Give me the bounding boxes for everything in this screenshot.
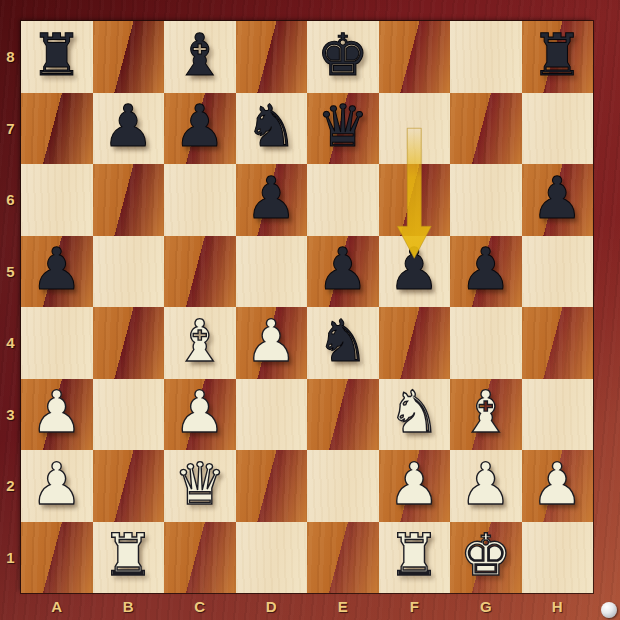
- square-e4[interactable]: ♞: [307, 307, 379, 379]
- black-queen[interactable]: ♛: [317, 97, 369, 155]
- white-rook[interactable]: ♜: [102, 526, 154, 584]
- white-pawn[interactable]: ♟: [31, 455, 83, 513]
- square-g2[interactable]: ♟: [450, 450, 522, 522]
- square-e6[interactable]: [307, 164, 379, 236]
- black-pawn[interactable]: ♟: [174, 97, 226, 155]
- black-rook[interactable]: ♜: [31, 26, 83, 84]
- square-f2[interactable]: ♟: [379, 450, 451, 522]
- black-rook[interactable]: ♜: [531, 26, 583, 84]
- square-h5[interactable]: [522, 236, 594, 308]
- square-e8[interactable]: ♚: [307, 21, 379, 93]
- file-label-C: C: [164, 593, 236, 620]
- square-h6[interactable]: ♟: [522, 164, 594, 236]
- file-label-B: B: [93, 593, 165, 620]
- square-d3[interactable]: [236, 379, 308, 451]
- black-pawn[interactable]: ♟: [317, 240, 369, 298]
- black-pawn[interactable]: ♟: [245, 169, 297, 227]
- square-c7[interactable]: ♟: [164, 93, 236, 165]
- file-label-E: E: [307, 593, 379, 620]
- square-h4[interactable]: [522, 307, 594, 379]
- square-b6[interactable]: [93, 164, 165, 236]
- square-c4[interactable]: ♝: [164, 307, 236, 379]
- rank-label-3: 3: [0, 379, 21, 451]
- square-a8[interactable]: ♜: [21, 21, 93, 93]
- black-bishop[interactable]: ♝: [174, 26, 226, 84]
- black-pawn[interactable]: ♟: [102, 97, 154, 155]
- square-g5[interactable]: ♟: [450, 236, 522, 308]
- square-h7[interactable]: [522, 93, 594, 165]
- black-pawn[interactable]: ♟: [31, 240, 83, 298]
- square-a4[interactable]: [21, 307, 93, 379]
- square-h2[interactable]: ♟: [522, 450, 594, 522]
- square-e3[interactable]: [307, 379, 379, 451]
- white-bishop[interactable]: ♝: [460, 383, 512, 441]
- square-f4[interactable]: [379, 307, 451, 379]
- chess-board: ♜♝♚♜♟♟♞♛♟♟♟♟♟♟♝♟♞♟♟♞♝♟♛♟♟♟♜♜♚: [21, 21, 593, 593]
- square-g3[interactable]: ♝: [450, 379, 522, 451]
- square-c1[interactable]: [164, 522, 236, 594]
- square-c2[interactable]: ♛: [164, 450, 236, 522]
- square-d7[interactable]: ♞: [236, 93, 308, 165]
- square-e5[interactable]: ♟: [307, 236, 379, 308]
- square-a3[interactable]: ♟: [21, 379, 93, 451]
- square-a5[interactable]: ♟: [21, 236, 93, 308]
- file-label-G: G: [450, 593, 522, 620]
- square-b7[interactable]: ♟: [93, 93, 165, 165]
- square-d4[interactable]: ♟: [236, 307, 308, 379]
- white-king[interactable]: ♚: [460, 526, 512, 584]
- file-label-A: A: [21, 593, 93, 620]
- file-label-D: D: [236, 593, 308, 620]
- black-king[interactable]: ♚: [317, 26, 369, 84]
- square-b5[interactable]: [93, 236, 165, 308]
- square-f6[interactable]: [379, 164, 451, 236]
- square-g7[interactable]: [450, 93, 522, 165]
- square-f7[interactable]: [379, 93, 451, 165]
- white-bishop[interactable]: ♝: [174, 312, 226, 370]
- square-e1[interactable]: [307, 522, 379, 594]
- white-knight[interactable]: ♞: [388, 383, 440, 441]
- white-rook[interactable]: ♜: [388, 526, 440, 584]
- white-pawn[interactable]: ♟: [31, 383, 83, 441]
- square-b1[interactable]: ♜: [93, 522, 165, 594]
- square-g1[interactable]: ♚: [450, 522, 522, 594]
- square-g8[interactable]: [450, 21, 522, 93]
- white-pawn[interactable]: ♟: [388, 455, 440, 513]
- square-e7[interactable]: ♛: [307, 93, 379, 165]
- rank-label-4: 4: [0, 307, 21, 379]
- square-g4[interactable]: [450, 307, 522, 379]
- square-g6[interactable]: [450, 164, 522, 236]
- white-pawn[interactable]: ♟: [531, 455, 583, 513]
- rank-label-7: 7: [0, 93, 21, 165]
- white-queen[interactable]: ♛: [174, 455, 226, 513]
- white-pawn[interactable]: ♟: [174, 383, 226, 441]
- square-f8[interactable]: [379, 21, 451, 93]
- square-a7[interactable]: [21, 93, 93, 165]
- black-knight[interactable]: ♞: [317, 312, 369, 370]
- rank-label-1: 1: [0, 522, 21, 594]
- square-e2[interactable]: [307, 450, 379, 522]
- square-c6[interactable]: [164, 164, 236, 236]
- square-f1[interactable]: ♜: [379, 522, 451, 594]
- rank-label-5: 5: [0, 236, 21, 308]
- file-label-H: H: [522, 593, 594, 620]
- black-pawn[interactable]: ♟: [531, 169, 583, 227]
- square-b4[interactable]: [93, 307, 165, 379]
- white-to-move-indicator: [601, 602, 617, 618]
- square-d1[interactable]: [236, 522, 308, 594]
- square-b2[interactable]: [93, 450, 165, 522]
- chess-board-frame: ♜♝♚♜♟♟♞♛♟♟♟♟♟♟♝♟♞♟♟♞♝♟♛♟♟♟♜♜♚ 87654321AB…: [0, 0, 620, 620]
- rank-label-2: 2: [0, 450, 21, 522]
- rank-label-8: 8: [0, 21, 21, 93]
- square-c8[interactable]: ♝: [164, 21, 236, 93]
- black-knight[interactable]: ♞: [245, 97, 297, 155]
- square-b8[interactable]: [93, 21, 165, 93]
- square-d8[interactable]: [236, 21, 308, 93]
- square-d5[interactable]: [236, 236, 308, 308]
- square-h1[interactable]: [522, 522, 594, 594]
- square-h3[interactable]: [522, 379, 594, 451]
- square-b3[interactable]: [93, 379, 165, 451]
- square-d6[interactable]: ♟: [236, 164, 308, 236]
- square-h8[interactable]: ♜: [522, 21, 594, 93]
- file-label-F: F: [379, 593, 451, 620]
- square-d2[interactable]: [236, 450, 308, 522]
- square-f3[interactable]: ♞: [379, 379, 451, 451]
- square-a1[interactable]: [21, 522, 93, 594]
- rank-label-6: 6: [0, 164, 21, 236]
- black-pawn[interactable]: ♟: [460, 240, 512, 298]
- square-c5[interactable]: [164, 236, 236, 308]
- black-pawn[interactable]: ♟: [388, 240, 440, 298]
- square-f5[interactable]: ♟: [379, 236, 451, 308]
- square-c3[interactable]: ♟: [164, 379, 236, 451]
- white-pawn[interactable]: ♟: [460, 455, 512, 513]
- square-a2[interactable]: ♟: [21, 450, 93, 522]
- white-pawn[interactable]: ♟: [245, 312, 297, 370]
- square-a6[interactable]: [21, 164, 93, 236]
